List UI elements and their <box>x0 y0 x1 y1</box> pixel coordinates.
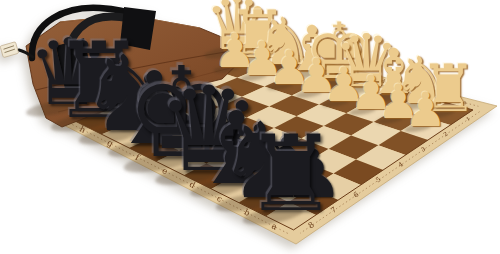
bag-tag <box>0 42 19 58</box>
chessboard: hhggffeeddccbbaa1122334455667788 <box>0 0 500 254</box>
chess-set-photo: hhggffeeddccbbaa1122334455667788 ♛♜♞♟♝♟♚… <box>0 0 500 254</box>
bag-handle-tab-right <box>120 7 156 50</box>
